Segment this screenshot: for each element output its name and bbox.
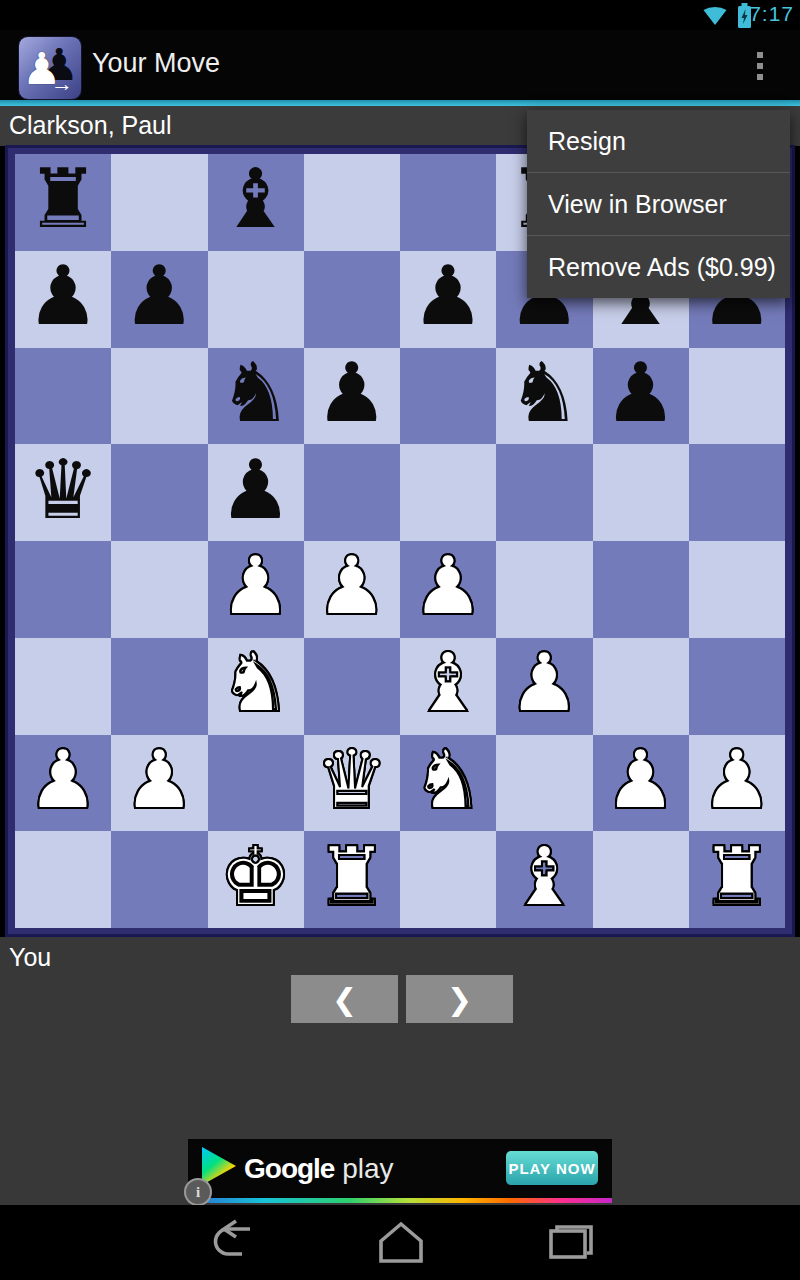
square-b3[interactable] [111,638,207,735]
square-h1[interactable]: ♜ [689,831,785,928]
piece-white-P-c4: ♟ [219,545,293,627]
opponent-name: Clarkson, Paul [9,111,172,140]
piece-black-P-e7: ♟ [411,255,485,337]
google-play-logo-icon [202,1147,236,1185]
home-button[interactable] [372,1219,430,1265]
piece-black-N-c6: ♞ [219,352,293,434]
square-c7[interactable] [208,251,304,348]
square-b4[interactable] [111,541,207,638]
status-bar: 7:17 [0,0,800,30]
square-e7[interactable]: ♟ [400,251,496,348]
square-b1[interactable] [111,831,207,928]
square-e5[interactable] [400,444,496,541]
square-c3[interactable]: ♞ [208,638,304,735]
system-nav-bar [0,1205,800,1280]
square-g1[interactable] [593,831,689,928]
ad-rainbow-strip [188,1198,612,1203]
square-d4[interactable]: ♟ [304,541,400,638]
piece-white-P-a2: ♟ [26,739,100,821]
square-f2[interactable] [496,735,592,832]
square-c4[interactable]: ♟ [208,541,304,638]
square-f4[interactable] [496,541,592,638]
arrow-right-icon: → [51,71,73,97]
square-a6[interactable] [15,348,111,445]
square-f6[interactable]: ♞ [496,348,592,445]
piece-white-R-h1: ♜ [700,836,774,918]
piece-black-R-a8: ♜ [26,158,100,240]
square-h6[interactable] [689,348,785,445]
square-b6[interactable] [111,348,207,445]
status-time: 7:17 [749,2,794,26]
piece-white-B-f1: ♝ [508,836,582,918]
square-h3[interactable] [689,638,785,735]
square-g5[interactable] [593,444,689,541]
square-d1[interactable]: ♜ [304,831,400,928]
piece-black-P-g6: ♟ [604,352,678,434]
square-e4[interactable]: ♟ [400,541,496,638]
piece-white-Q-d2: ♛ [315,739,389,821]
wifi-icon [702,4,728,30]
square-f1[interactable]: ♝ [496,831,592,928]
square-e1[interactable] [400,831,496,928]
piece-white-R-d1: ♜ [315,836,389,918]
piece-white-P-f3: ♟ [508,642,582,724]
square-d7[interactable] [304,251,400,348]
square-a3[interactable] [15,638,111,735]
overflow-menu-button[interactable] [748,44,772,88]
menu-item-resign[interactable]: Resign [527,110,790,173]
square-e3[interactable]: ♝ [400,638,496,735]
piece-white-P-h2: ♟ [700,739,774,821]
piece-white-P-d4: ♟ [315,545,389,627]
menu-item-remove-ads[interactable]: Remove Ads ($0.99) [527,236,790,298]
overflow-popup-menu: Resign View in Browser Remove Ads ($0.99… [527,110,790,298]
square-b5[interactable] [111,444,207,541]
square-h4[interactable] [689,541,785,638]
square-a1[interactable] [15,831,111,928]
piece-black-P-a7: ♟ [26,255,100,337]
piece-black-B-c8: ♝ [219,158,293,240]
square-d8[interactable] [304,154,400,251]
player-name: You [9,943,51,972]
square-g3[interactable] [593,638,689,735]
square-b2[interactable]: ♟ [111,735,207,832]
square-g4[interactable] [593,541,689,638]
ad-info-icon[interactable]: i [184,1178,212,1206]
ad-banner[interactable]: Google play PLAY NOW i [188,1139,612,1203]
square-d6[interactable]: ♟ [304,348,400,445]
square-c6[interactable]: ♞ [208,348,304,445]
square-f5[interactable] [496,444,592,541]
square-g2[interactable]: ♟ [593,735,689,832]
piece-white-N-c3: ♞ [219,642,293,724]
piece-white-N-e2: ♞ [411,739,485,821]
action-bar: ♟ ♟ → Your Move [0,30,800,102]
square-e2[interactable]: ♞ [400,735,496,832]
piece-black-P-d6: ♟ [315,352,389,434]
square-h2[interactable]: ♟ [689,735,785,832]
back-button[interactable] [206,1219,264,1265]
piece-white-K-c1: ♚ [219,836,293,918]
play-now-button[interactable]: PLAY NOW [506,1151,598,1185]
square-a8[interactable]: ♜ [15,154,111,251]
piece-black-P-c5: ♟ [219,449,293,531]
piece-white-P-b2: ♟ [123,739,197,821]
piece-black-Q-a5: ♛ [26,449,100,531]
square-c1[interactable]: ♚ [208,831,304,928]
piece-black-P-b7: ♟ [123,255,197,337]
square-e6[interactable] [400,348,496,445]
square-b8[interactable] [111,154,207,251]
piece-white-P-g2: ♟ [604,739,678,821]
menu-item-view-in-browser[interactable]: View in Browser [527,173,790,236]
square-f3[interactable]: ♟ [496,638,592,735]
square-a2[interactable]: ♟ [15,735,111,832]
square-a7[interactable]: ♟ [15,251,111,348]
piece-white-B-e3: ♝ [411,642,485,724]
next-move-button[interactable]: ❯ [406,975,513,1023]
square-b7[interactable]: ♟ [111,251,207,348]
square-a4[interactable] [15,541,111,638]
square-d5[interactable] [304,444,400,541]
square-d2[interactable]: ♛ [304,735,400,832]
square-c2[interactable] [208,735,304,832]
square-c5[interactable]: ♟ [208,444,304,541]
square-e8[interactable] [400,154,496,251]
app-icon: ♟ ♟ → [18,36,82,100]
square-h5[interactable] [689,444,785,541]
recents-button[interactable] [542,1219,600,1265]
page-title: Your Move [92,48,220,79]
previous-move-button[interactable]: ❮ [291,975,398,1023]
square-a5[interactable]: ♛ [15,444,111,541]
ad-brand-text: Google play [244,1153,394,1185]
piece-black-N-f6: ♞ [508,352,582,434]
piece-white-P-e4: ♟ [411,545,485,627]
square-c8[interactable]: ♝ [208,154,304,251]
square-g6[interactable]: ♟ [593,348,689,445]
square-d3[interactable] [304,638,400,735]
